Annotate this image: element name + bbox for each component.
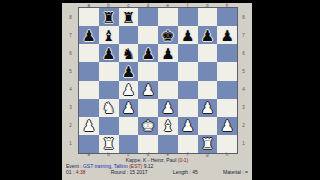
white-knight[interactable]: ♞ [102,100,115,115]
square-d4[interactable]: ♟ [138,81,158,99]
square-g4[interactable] [198,81,218,99]
square-d3[interactable] [138,99,158,117]
rank-label-2: 2 [235,117,252,135]
rank-label-6: 6 [235,44,252,62]
rank-label-3: 3 [235,99,252,117]
white-rook[interactable]: ♜ [201,136,214,151]
square-h6[interactable] [217,44,237,62]
square-g7[interactable]: ♟ [198,26,218,44]
white-king[interactable]: ♚ [141,118,154,133]
square-b2[interactable] [99,117,119,135]
rank-label-5: 5 [62,62,79,80]
square-c4[interactable]: ♟ [119,81,139,99]
square-e3[interactable]: ♟ [158,99,178,117]
white-pawn[interactable]: ♟ [220,118,233,133]
square-a5[interactable] [79,62,99,80]
stat-material: Material : = [223,169,248,175]
rank-label-4: 4 [62,81,79,99]
square-f3[interactable] [178,99,198,117]
white-bishop[interactable]: ♝ [161,118,174,133]
chess-board[interactable]: ♜♜♟♝♚♟♟♟♟♞♟♟♟♟♟♞♟♟♟♟♚♝♟♟♜♜ [79,8,237,153]
white-pawn[interactable]: ♟ [122,100,135,115]
black-pawn[interactable]: ♟ [141,46,154,61]
white-pawn[interactable]: ♟ [122,82,135,97]
black-pawn[interactable]: ♟ [122,64,135,79]
square-f2[interactable]: ♟ [178,117,198,135]
stat-clock: 01 : 4:38 [66,169,85,175]
black-pawn[interactable]: ♟ [181,28,194,43]
rank-label-2: 2 [62,117,79,135]
square-h3[interactable] [217,99,237,117]
black-pawn[interactable]: ♟ [102,46,115,61]
square-h5[interactable] [217,62,237,80]
square-c6[interactable]: ♞ [119,44,139,62]
square-d2[interactable]: ♚ [138,117,158,135]
black-pawn[interactable]: ♟ [220,28,233,43]
rank-label-7: 7 [62,26,79,44]
stat-round: Round : 15 2017 [111,169,148,175]
white-pawn[interactable]: ♟ [201,100,214,115]
square-c3[interactable]: ♟ [119,99,139,117]
stat-length: Length : 45 [173,169,198,175]
board-panel: abcdefgh 87654321 87654321 ♜♜♟♝♚♟♟♟♟♞♟♟♟… [62,3,252,180]
black-pawn[interactable]: ♟ [161,46,174,61]
square-e2[interactable]: ♝ [158,117,178,135]
square-f4[interactable] [178,81,198,99]
square-d1[interactable] [138,135,158,153]
square-a8[interactable] [79,8,99,26]
square-a4[interactable] [79,81,99,99]
square-e1[interactable] [158,135,178,153]
black-knight[interactable]: ♞ [122,46,135,61]
game-caption: Kappe, K - Heinz, Paul (0-1) Event : GST… [64,157,250,175]
square-h4[interactable] [217,81,237,99]
black-pawn[interactable]: ♟ [201,28,214,43]
white-pawn[interactable]: ♟ [181,118,194,133]
black-king[interactable]: ♚ [161,28,174,43]
rank-label-8: 8 [62,8,79,26]
square-b8[interactable]: ♜ [99,8,119,26]
square-f5[interactable] [178,62,198,80]
square-b6[interactable]: ♟ [99,44,119,62]
rank-label-1: 1 [62,135,79,153]
square-f8[interactable] [178,8,198,26]
rank-label-6: 6 [62,44,79,62]
square-h7[interactable]: ♟ [217,26,237,44]
square-e8[interactable] [158,8,178,26]
rank-labels-left: 87654321 [62,8,79,153]
square-c5[interactable]: ♟ [119,62,139,80]
rank-label-8: 8 [235,8,252,26]
square-b5[interactable] [99,62,119,80]
square-e7[interactable]: ♚ [158,26,178,44]
square-a7[interactable]: ♟ [79,26,99,44]
rank-label-5: 5 [235,62,252,80]
black-bishop[interactable]: ♝ [102,28,115,43]
square-b3[interactable]: ♞ [99,99,119,117]
square-d6[interactable]: ♟ [138,44,158,62]
square-e4[interactable] [158,81,178,99]
square-a2[interactable]: ♟ [79,117,99,135]
square-b4[interactable] [99,81,119,99]
square-g5[interactable] [198,62,218,80]
rank-labels-right: 87654321 [235,8,252,153]
square-h1[interactable] [217,135,237,153]
white-pawn[interactable]: ♟ [161,100,174,115]
square-f6[interactable] [178,44,198,62]
square-f1[interactable] [178,135,198,153]
black-pawn[interactable]: ♟ [82,28,95,43]
black-rook[interactable]: ♜ [102,10,115,25]
white-pawn[interactable]: ♟ [82,118,95,133]
black-rook[interactable]: ♜ [122,10,135,25]
square-d5[interactable] [138,62,158,80]
square-d7[interactable] [138,26,158,44]
square-g8[interactable] [198,8,218,26]
rank-label-3: 3 [62,99,79,117]
square-g1[interactable]: ♜ [198,135,218,153]
white-rook[interactable]: ♜ [102,136,115,151]
rank-label-4: 4 [235,81,252,99]
square-f7[interactable]: ♟ [178,26,198,44]
square-h8[interactable] [217,8,237,26]
square-e5[interactable] [158,62,178,80]
black-player-name: Heinz, Paul [151,157,177,163]
square-a6[interactable] [79,44,99,62]
square-g2[interactable] [198,117,218,135]
square-c7[interactable] [119,26,139,44]
white-pawn[interactable]: ♟ [141,82,154,97]
square-b1[interactable]: ♜ [99,135,119,153]
square-d8[interactable] [138,8,158,26]
square-b7[interactable]: ♝ [99,26,119,44]
square-c8[interactable]: ♜ [119,8,139,26]
square-h2[interactable]: ♟ [217,117,237,135]
game-result: (0-1) [178,157,189,163]
square-e6[interactable]: ♟ [158,44,178,62]
square-c2[interactable] [119,117,139,135]
square-c1[interactable] [119,135,139,153]
rank-label-7: 7 [235,26,252,44]
chess-app-frame: abcdefgh 87654321 87654321 ♜♜♟♝♚♟♟♟♟♞♟♟♟… [0,0,320,180]
stats-line: 01 : 4:38 Round : 15 2017 Length : 45 Ma… [64,169,250,175]
square-g6[interactable] [198,44,218,62]
square-a1[interactable] [79,135,99,153]
rank-label-1: 1 [235,135,252,153]
square-g3[interactable]: ♟ [198,99,218,117]
square-a3[interactable] [79,99,99,117]
